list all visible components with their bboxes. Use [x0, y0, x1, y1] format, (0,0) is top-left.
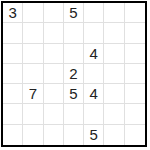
clue-cell-r1c1: 3 — [3, 3, 23, 23]
clue-cell-r3c5: 4 — [84, 44, 104, 64]
empty-cell-r2c4[interactable] — [64, 23, 84, 43]
empty-cell-r7c3[interactable] — [44, 125, 64, 145]
empty-cell-r4c2[interactable] — [23, 64, 43, 84]
empty-cell-r1c7[interactable] — [125, 3, 145, 23]
empty-cell-r2c5[interactable] — [84, 23, 104, 43]
empty-cell-r7c2[interactable] — [23, 125, 43, 145]
empty-cell-r6c3[interactable] — [44, 104, 64, 124]
empty-cell-r5c1[interactable] — [3, 84, 23, 104]
empty-cell-r6c5[interactable] — [84, 104, 104, 124]
empty-cell-r4c5[interactable] — [84, 64, 104, 84]
puzzle-grid: 35427545 — [3, 3, 145, 145]
clue-cell-r4c4: 2 — [64, 64, 84, 84]
empty-cell-r6c1[interactable] — [3, 104, 23, 124]
empty-cell-r3c6[interactable] — [104, 44, 124, 64]
empty-cell-r7c1[interactable] — [3, 125, 23, 145]
empty-cell-r3c2[interactable] — [23, 44, 43, 64]
empty-cell-r2c7[interactable] — [125, 23, 145, 43]
empty-cell-r2c2[interactable] — [23, 23, 43, 43]
empty-cell-r3c1[interactable] — [3, 44, 23, 64]
empty-cell-r2c1[interactable] — [3, 23, 23, 43]
empty-cell-r5c6[interactable] — [104, 84, 124, 104]
empty-cell-r4c3[interactable] — [44, 64, 64, 84]
empty-cell-r4c1[interactable] — [3, 64, 23, 84]
empty-cell-r6c7[interactable] — [125, 104, 145, 124]
empty-cell-r7c7[interactable] — [125, 125, 145, 145]
empty-cell-r4c6[interactable] — [104, 64, 124, 84]
clue-cell-r5c4: 5 — [64, 84, 84, 104]
empty-cell-r1c3[interactable] — [44, 3, 64, 23]
puzzle-board: 35427545 — [1, 1, 147, 147]
empty-cell-r6c6[interactable] — [104, 104, 124, 124]
empty-cell-r7c6[interactable] — [104, 125, 124, 145]
clue-cell-r7c5: 5 — [84, 125, 104, 145]
empty-cell-r2c6[interactable] — [104, 23, 124, 43]
empty-cell-r7c4[interactable] — [64, 125, 84, 145]
empty-cell-r5c3[interactable] — [44, 84, 64, 104]
clue-cell-r5c5: 4 — [84, 84, 104, 104]
empty-cell-r3c4[interactable] — [64, 44, 84, 64]
empty-cell-r3c7[interactable] — [125, 44, 145, 64]
empty-cell-r4c7[interactable] — [125, 64, 145, 84]
empty-cell-r2c3[interactable] — [44, 23, 64, 43]
clue-cell-r1c4: 5 — [64, 3, 84, 23]
empty-cell-r3c3[interactable] — [44, 44, 64, 64]
empty-cell-r6c4[interactable] — [64, 104, 84, 124]
empty-cell-r1c2[interactable] — [23, 3, 43, 23]
empty-cell-r1c6[interactable] — [104, 3, 124, 23]
empty-cell-r1c5[interactable] — [84, 3, 104, 23]
clue-cell-r5c2: 7 — [23, 84, 43, 104]
empty-cell-r5c7[interactable] — [125, 84, 145, 104]
empty-cell-r6c2[interactable] — [23, 104, 43, 124]
